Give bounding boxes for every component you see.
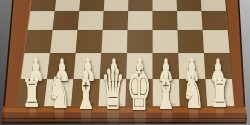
piece-white-king-e1[interactable]: ♚ [127,58,152,119]
piece-white-rook-h1[interactable]: ♜ [210,75,230,113]
piece-white-rook-a1[interactable]: ♜ [22,75,42,113]
piece-white-knight-g1[interactable]: ♞ [182,69,205,115]
piece-white-bishop-c1[interactable]: ♝ [74,66,97,117]
chess-app-window: ♟♟♟♟♟♟♟♟♜♞♝♛♚♝♞♜ [0,0,250,125]
piece-white-knight-b1[interactable]: ♞ [48,69,71,115]
piece-white-queen-d1[interactable]: ♛ [101,61,125,118]
piece-white-bishop-f1[interactable]: ♝ [155,66,178,117]
pieces-layer: ♟♟♟♟♟♟♟♟♜♞♝♛♚♝♞♜ [0,0,250,125]
